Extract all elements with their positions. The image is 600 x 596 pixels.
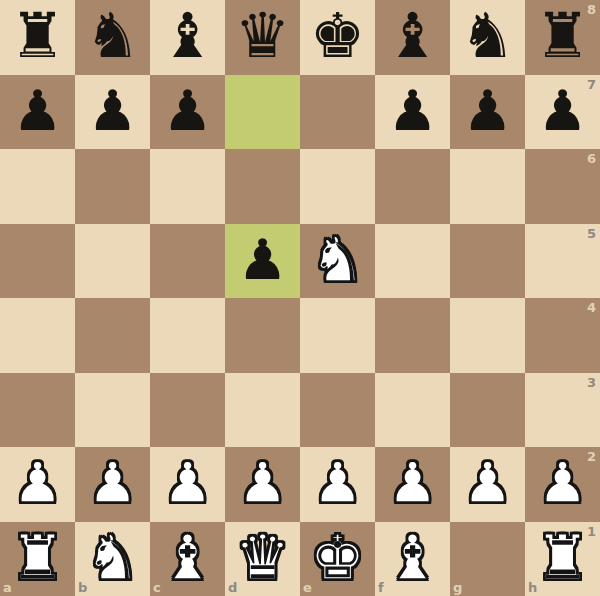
square-c3[interactable] <box>150 373 225 448</box>
rank-label-7: 7 <box>587 78 596 91</box>
piece-white-pawn[interactable]: ♟ <box>237 455 287 511</box>
piece-black-pawn[interactable]: ♟ <box>237 232 287 288</box>
square-e3[interactable] <box>300 373 375 448</box>
square-g3[interactable] <box>450 373 525 448</box>
piece-white-rook[interactable]: ♜ <box>10 527 66 589</box>
square-f6[interactable] <box>375 149 450 224</box>
square-c4[interactable] <box>150 298 225 373</box>
square-a7[interactable]: ♟ <box>0 75 75 150</box>
square-a3[interactable] <box>0 373 75 448</box>
square-b7[interactable]: ♟ <box>75 75 150 150</box>
piece-white-pawn[interactable]: ♟ <box>462 455 512 511</box>
square-b2[interactable]: ♟ <box>75 447 150 522</box>
rank-label-4: 4 <box>587 301 596 314</box>
piece-white-pawn[interactable]: ♟ <box>537 455 587 511</box>
square-e8[interactable]: ♚ <box>300 0 375 75</box>
square-d3[interactable] <box>225 373 300 448</box>
square-f8[interactable]: ♝ <box>375 0 450 75</box>
square-d5[interactable]: ♟ <box>225 224 300 299</box>
square-a5[interactable] <box>0 224 75 299</box>
file-label-g: g <box>453 581 462 594</box>
square-b3[interactable] <box>75 373 150 448</box>
piece-white-king[interactable]: ♚ <box>310 527 366 589</box>
square-b5[interactable] <box>75 224 150 299</box>
square-e5[interactable]: ♞ <box>300 224 375 299</box>
square-e1[interactable]: ♚e <box>300 522 375 596</box>
chess-board: ♜♞♝♛♚♝♞♜8♟♟♟♟♟♟76♟♞543♟♟♟♟♟♟♟♟2♜a♞b♝c♛d♚… <box>0 0 600 596</box>
square-g8[interactable]: ♞ <box>450 0 525 75</box>
piece-black-king[interactable]: ♚ <box>310 5 366 67</box>
square-h8[interactable]: ♜8 <box>525 0 600 75</box>
square-g2[interactable]: ♟ <box>450 447 525 522</box>
piece-black-pawn[interactable]: ♟ <box>462 83 512 139</box>
square-h5[interactable]: 5 <box>525 224 600 299</box>
rank-label-2: 2 <box>587 450 596 463</box>
piece-black-pawn[interactable]: ♟ <box>87 83 137 139</box>
piece-black-knight[interactable]: ♞ <box>85 5 141 67</box>
square-f3[interactable] <box>375 373 450 448</box>
piece-black-knight[interactable]: ♞ <box>460 5 516 67</box>
square-c7[interactable]: ♟ <box>150 75 225 150</box>
file-label-f: f <box>378 581 384 594</box>
square-g1[interactable]: g <box>450 522 525 596</box>
piece-white-pawn[interactable]: ♟ <box>12 455 62 511</box>
piece-black-queen[interactable]: ♛ <box>235 5 291 67</box>
square-f5[interactable] <box>375 224 450 299</box>
square-d4[interactable] <box>225 298 300 373</box>
square-h7[interactable]: ♟7 <box>525 75 600 150</box>
piece-white-bishop[interactable]: ♝ <box>385 527 441 589</box>
square-h3[interactable]: 3 <box>525 373 600 448</box>
square-d2[interactable]: ♟ <box>225 447 300 522</box>
square-c6[interactable] <box>150 149 225 224</box>
rank-label-6: 6 <box>587 152 596 165</box>
square-h6[interactable]: 6 <box>525 149 600 224</box>
square-f4[interactable] <box>375 298 450 373</box>
square-a4[interactable] <box>0 298 75 373</box>
square-b6[interactable] <box>75 149 150 224</box>
square-e6[interactable] <box>300 149 375 224</box>
square-d7[interactable] <box>225 75 300 150</box>
square-a6[interactable] <box>0 149 75 224</box>
square-a8[interactable]: ♜ <box>0 0 75 75</box>
square-c1[interactable]: ♝c <box>150 522 225 596</box>
square-d8[interactable]: ♛ <box>225 0 300 75</box>
square-d6[interactable] <box>225 149 300 224</box>
square-f7[interactable]: ♟ <box>375 75 450 150</box>
square-f2[interactable]: ♟ <box>375 447 450 522</box>
square-c2[interactable]: ♟ <box>150 447 225 522</box>
square-a1[interactable]: ♜a <box>0 522 75 596</box>
square-b1[interactable]: ♞b <box>75 522 150 596</box>
piece-black-rook[interactable]: ♜ <box>10 5 66 67</box>
piece-white-rook[interactable]: ♜ <box>535 527 591 589</box>
square-h1[interactable]: ♜1h <box>525 522 600 596</box>
square-c5[interactable] <box>150 224 225 299</box>
square-b4[interactable] <box>75 298 150 373</box>
square-h2[interactable]: ♟2 <box>525 447 600 522</box>
square-g6[interactable] <box>450 149 525 224</box>
piece-black-pawn[interactable]: ♟ <box>12 83 62 139</box>
piece-white-pawn[interactable]: ♟ <box>312 455 362 511</box>
piece-black-rook[interactable]: ♜ <box>535 5 591 67</box>
square-a2[interactable]: ♟ <box>0 447 75 522</box>
rank-label-5: 5 <box>587 227 596 240</box>
piece-white-knight[interactable]: ♞ <box>85 527 141 589</box>
piece-white-pawn[interactable]: ♟ <box>162 455 212 511</box>
square-g5[interactable] <box>450 224 525 299</box>
square-f1[interactable]: ♝f <box>375 522 450 596</box>
piece-black-pawn[interactable]: ♟ <box>537 83 587 139</box>
piece-white-pawn[interactable]: ♟ <box>87 455 137 511</box>
square-b8[interactable]: ♞ <box>75 0 150 75</box>
square-h4[interactable]: 4 <box>525 298 600 373</box>
rank-label-3: 3 <box>587 376 596 389</box>
square-g4[interactable] <box>450 298 525 373</box>
piece-black-bishop[interactable]: ♝ <box>385 5 441 67</box>
square-c8[interactable]: ♝ <box>150 0 225 75</box>
square-g7[interactable]: ♟ <box>450 75 525 150</box>
piece-white-bishop[interactable]: ♝ <box>160 527 216 589</box>
piece-white-pawn[interactable]: ♟ <box>387 455 437 511</box>
piece-white-knight[interactable]: ♞ <box>310 229 366 291</box>
piece-white-queen[interactable]: ♛ <box>235 527 291 589</box>
square-e2[interactable]: ♟ <box>300 447 375 522</box>
square-d1[interactable]: ♛d <box>225 522 300 596</box>
piece-black-pawn[interactable]: ♟ <box>162 83 212 139</box>
piece-black-pawn[interactable]: ♟ <box>387 83 437 139</box>
square-e4[interactable] <box>300 298 375 373</box>
piece-black-bishop[interactable]: ♝ <box>160 5 216 67</box>
square-e7[interactable] <box>300 75 375 150</box>
